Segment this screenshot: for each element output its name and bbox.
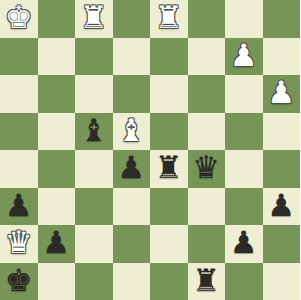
square-c5[interactable]: ♝ [75, 113, 113, 151]
square-b5[interactable] [38, 113, 76, 151]
square-a8[interactable]: ♚ [0, 0, 38, 38]
white-bishop-d5: ♝ [117, 113, 145, 150]
white-rook-e8: ♜ [155, 0, 183, 37]
square-h7[interactable] [263, 38, 301, 76]
black-rook-e4: ♜ [155, 150, 183, 187]
square-g7[interactable]: ♟ [225, 38, 263, 76]
square-f5[interactable] [188, 113, 226, 151]
white-pawn-g7: ♟ [230, 38, 258, 75]
white-rook-c8: ♜ [80, 0, 108, 37]
square-g6[interactable] [225, 75, 263, 113]
square-c6[interactable] [75, 75, 113, 113]
square-f7[interactable] [188, 38, 226, 76]
square-b1[interactable] [38, 263, 76, 300]
square-a6[interactable] [0, 75, 38, 113]
square-h4[interactable] [263, 150, 301, 188]
square-g8[interactable] [225, 0, 263, 38]
black-pawn-a3: ♟ [5, 188, 33, 225]
square-b4[interactable] [38, 150, 76, 188]
square-g3[interactable] [225, 188, 263, 226]
black-bishop-c5: ♝ [80, 113, 108, 150]
square-a3[interactable]: ♟ [0, 188, 38, 226]
square-d7[interactable] [113, 38, 151, 76]
square-e6[interactable] [150, 75, 188, 113]
black-pawn-g2: ♟ [230, 225, 258, 262]
square-c2[interactable] [75, 225, 113, 263]
square-h3[interactable]: ♟ [263, 188, 301, 226]
black-king-a1: ♚ [5, 263, 33, 300]
square-e8[interactable]: ♜ [150, 0, 188, 38]
square-e4[interactable]: ♜ [150, 150, 188, 188]
square-d2[interactable] [113, 225, 151, 263]
square-h2[interactable] [263, 225, 301, 263]
black-rook-f1: ♜ [192, 263, 220, 300]
black-pawn-h3: ♟ [267, 188, 295, 225]
square-h1[interactable] [263, 263, 301, 300]
square-d5[interactable]: ♝ [113, 113, 151, 151]
white-pawn-h6: ♟ [267, 75, 295, 112]
square-f4[interactable]: ♛ [188, 150, 226, 188]
square-h6[interactable]: ♟ [263, 75, 301, 113]
square-h8[interactable] [263, 0, 301, 38]
square-b7[interactable] [38, 38, 76, 76]
square-b8[interactable] [38, 0, 76, 38]
square-f6[interactable] [188, 75, 226, 113]
square-c3[interactable] [75, 188, 113, 226]
black-pawn-b2: ♟ [42, 225, 70, 262]
square-g5[interactable] [225, 113, 263, 151]
square-e1[interactable] [150, 263, 188, 300]
chess-board: ♚♜♜♟♟♝♝♟♜♛♟♟♛♟♟♚♜ [0, 0, 300, 300]
square-g2[interactable]: ♟ [225, 225, 263, 263]
square-e5[interactable] [150, 113, 188, 151]
square-c8[interactable]: ♜ [75, 0, 113, 38]
square-a7[interactable] [0, 38, 38, 76]
square-e7[interactable] [150, 38, 188, 76]
black-queen-f4: ♛ [192, 150, 220, 187]
square-d6[interactable] [113, 75, 151, 113]
square-b2[interactable]: ♟ [38, 225, 76, 263]
square-d1[interactable] [113, 263, 151, 300]
square-a4[interactable] [0, 150, 38, 188]
black-pawn-d4: ♟ [117, 150, 145, 187]
square-g1[interactable] [225, 263, 263, 300]
white-queen-a2: ♛ [5, 225, 33, 262]
square-f1[interactable]: ♜ [188, 263, 226, 300]
square-d4[interactable]: ♟ [113, 150, 151, 188]
square-e3[interactable] [150, 188, 188, 226]
square-a5[interactable] [0, 113, 38, 151]
square-f2[interactable] [188, 225, 226, 263]
square-a1[interactable]: ♚ [0, 263, 38, 300]
square-d3[interactable] [113, 188, 151, 226]
square-h5[interactable] [263, 113, 301, 151]
square-f3[interactable] [188, 188, 226, 226]
square-d8[interactable] [113, 0, 151, 38]
square-g4[interactable] [225, 150, 263, 188]
square-c4[interactable] [75, 150, 113, 188]
square-f8[interactable] [188, 0, 226, 38]
square-b6[interactable] [38, 75, 76, 113]
square-e2[interactable] [150, 225, 188, 263]
square-a2[interactable]: ♛ [0, 225, 38, 263]
white-king-a8: ♚ [5, 0, 33, 37]
square-c7[interactable] [75, 38, 113, 76]
square-b3[interactable] [38, 188, 76, 226]
square-c1[interactable] [75, 263, 113, 300]
